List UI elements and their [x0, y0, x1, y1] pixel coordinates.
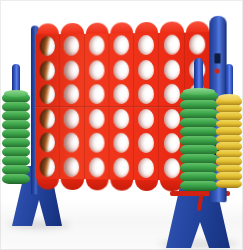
board-cell-r4c5[interactable]: [134, 106, 159, 131]
empty-hole: [138, 60, 154, 80]
board-cell-r2c5[interactable]: [134, 57, 159, 82]
board-cell-r1c6[interactable]: [159, 33, 184, 58]
board-cell-r2c1[interactable]: [36, 58, 60, 82]
board-cell-r6c5[interactable]: [134, 155, 159, 180]
board-cell-r1c5[interactable]: [134, 33, 159, 58]
empty-hole: [113, 109, 129, 129]
green-ring: [2, 174, 30, 184]
empty-hole: [89, 109, 105, 129]
left-ring-stack: [2, 94, 30, 184]
empty-hole: [64, 36, 80, 56]
board-cell-r6c2[interactable]: [60, 155, 85, 179]
board-cell-r3c2[interactable]: [60, 82, 85, 106]
empty-hole: [89, 84, 105, 104]
board-cell-r3c5[interactable]: [134, 82, 159, 107]
empty-hole: [64, 60, 80, 80]
empty-hole: [64, 109, 80, 129]
empty-hole: [164, 35, 180, 55]
board-cell-r5c4[interactable]: [109, 131, 134, 156]
scallop-bump: [86, 23, 109, 34]
board-cell-r2c2[interactable]: [60, 58, 85, 82]
empty-hole: [64, 157, 80, 177]
empty-hole: [164, 109, 180, 129]
board-cell-r5c3[interactable]: [85, 131, 110, 155]
empty-hole: [89, 60, 105, 80]
empty-hole: [89, 133, 105, 153]
empty-hole: [40, 109, 55, 129]
empty-hole: [189, 35, 205, 55]
empty-hole: [89, 157, 105, 177]
board-cell-r1c4[interactable]: [109, 33, 134, 58]
board-cell-r4c4[interactable]: [109, 107, 134, 131]
green-ring: [180, 181, 218, 191]
board-cell-r6c1[interactable]: [36, 155, 60, 179]
empty-hole: [138, 133, 154, 153]
product-photo-scene: [0, 0, 243, 250]
scallop-bump: [37, 23, 59, 34]
scallop-bump: [135, 22, 158, 33]
scallop-bump: [86, 179, 109, 190]
right-front-ring-stack: [180, 92, 218, 191]
board-cell-r6c3[interactable]: [85, 155, 110, 180]
empty-hole: [164, 84, 180, 104]
empty-hole: [113, 133, 129, 153]
board-cell-r3c4[interactable]: [109, 82, 134, 106]
board-cell-r1c3[interactable]: [85, 33, 110, 58]
board-cell-r4c1[interactable]: [36, 107, 60, 131]
empty-hole: [64, 85, 80, 105]
empty-hole: [138, 109, 154, 129]
scallop-bump: [135, 180, 158, 191]
empty-hole: [164, 133, 180, 153]
board-cell-r5c5[interactable]: [134, 131, 159, 156]
board-cell-r4c3[interactable]: [85, 107, 110, 131]
board-cell-r1c1[interactable]: [36, 34, 60, 58]
empty-hole: [89, 36, 105, 56]
empty-hole: [40, 133, 55, 153]
board-cell-r1c7[interactable]: [185, 32, 211, 57]
scallop-bump: [186, 21, 210, 32]
right-back-ring-peg: [216, 64, 242, 190]
empty-hole: [40, 85, 55, 105]
board-cell-r2c3[interactable]: [85, 58, 110, 82]
empty-hole: [113, 84, 129, 104]
scallop-bump: [160, 21, 183, 32]
empty-hole: [40, 36, 55, 56]
board-cell-r5c2[interactable]: [60, 131, 85, 155]
empty-hole: [113, 35, 129, 55]
scallop-bump: [110, 22, 133, 33]
right-back-ring-stack: [216, 98, 242, 188]
empty-hole: [113, 60, 129, 80]
yellow-ring: [216, 180, 242, 189]
board-cell-r4c2[interactable]: [60, 107, 85, 131]
left-ring-peg: [2, 64, 30, 186]
right-front-ring-peg: [180, 58, 218, 194]
empty-hole: [138, 35, 154, 55]
board-cell-r6c4[interactable]: [109, 155, 134, 180]
scallop-bump: [110, 180, 133, 191]
empty-hole: [40, 157, 55, 177]
scallop-bump: [37, 179, 59, 190]
empty-hole: [113, 157, 129, 177]
board-cell-r2c4[interactable]: [109, 58, 134, 83]
empty-hole: [138, 158, 154, 178]
scallop-bump: [61, 179, 84, 190]
board-cell-r5c1[interactable]: [36, 131, 60, 155]
board-cell-r1c2[interactable]: [60, 34, 85, 58]
empty-hole: [164, 59, 180, 79]
board-cell-r3c3[interactable]: [85, 82, 110, 106]
board-cell-r3c1[interactable]: [36, 82, 60, 106]
empty-hole: [40, 61, 55, 81]
empty-hole: [164, 158, 180, 178]
scallop-bump: [61, 23, 84, 34]
empty-hole: [138, 84, 154, 104]
empty-hole: [64, 133, 80, 153]
